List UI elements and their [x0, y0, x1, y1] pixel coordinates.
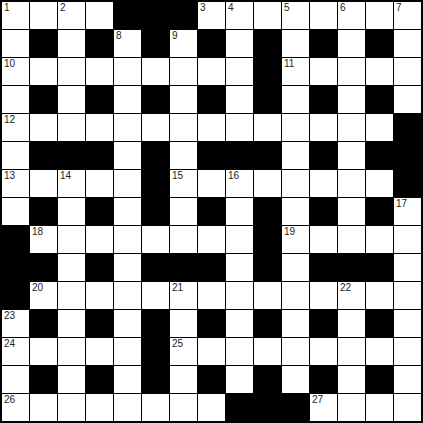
white-cell[interactable]	[2, 86, 29, 113]
black-cell	[30, 366, 57, 393]
clue-number: 1	[4, 3, 10, 13]
black-cell	[86, 310, 113, 337]
clue-number: 27	[312, 395, 323, 405]
white-cell[interactable]	[114, 170, 141, 197]
white-cell[interactable]	[282, 310, 309, 337]
black-cell	[366, 254, 393, 281]
white-cell[interactable]	[338, 58, 365, 85]
white-cell[interactable]	[282, 142, 309, 169]
black-cell	[86, 254, 113, 281]
black-cell	[254, 58, 281, 85]
white-cell[interactable]: 27	[310, 394, 337, 421]
black-cell	[142, 170, 169, 197]
white-cell[interactable]	[58, 366, 85, 393]
white-cell[interactable]	[58, 30, 85, 57]
white-cell[interactable]	[338, 114, 365, 141]
black-cell	[142, 30, 169, 57]
white-cell[interactable]	[30, 114, 57, 141]
clue-number: 6	[340, 3, 346, 13]
black-cell	[310, 198, 337, 225]
white-cell[interactable]	[226, 338, 253, 365]
white-cell[interactable]	[198, 58, 225, 85]
clue-number: 14	[60, 171, 71, 181]
white-cell[interactable]	[114, 254, 141, 281]
white-cell[interactable]	[338, 338, 365, 365]
black-cell	[30, 310, 57, 337]
white-cell[interactable]	[366, 2, 393, 29]
white-cell[interactable]	[198, 114, 225, 141]
black-cell	[30, 198, 57, 225]
clue-number: 13	[4, 171, 15, 181]
black-cell	[366, 310, 393, 337]
black-cell	[142, 86, 169, 113]
white-cell[interactable]	[2, 30, 29, 57]
white-cell[interactable]	[254, 338, 281, 365]
black-cell	[338, 254, 365, 281]
white-cell[interactable]	[30, 170, 57, 197]
white-cell[interactable]	[86, 394, 113, 421]
white-cell[interactable]	[282, 338, 309, 365]
white-cell[interactable]	[86, 338, 113, 365]
white-cell[interactable]: 4	[226, 2, 253, 29]
black-cell	[282, 394, 309, 421]
black-cell	[394, 114, 421, 141]
black-cell	[142, 338, 169, 365]
clue-number: 3	[200, 3, 206, 13]
black-cell	[310, 30, 337, 57]
clue-number: 26	[4, 395, 15, 405]
black-cell	[142, 310, 169, 337]
white-cell[interactable]: 11	[282, 58, 309, 85]
white-cell[interactable]	[86, 114, 113, 141]
white-cell[interactable]	[310, 170, 337, 197]
white-cell[interactable]	[114, 366, 141, 393]
white-cell[interactable]	[142, 58, 169, 85]
white-cell[interactable]	[226, 86, 253, 113]
white-cell[interactable]	[58, 198, 85, 225]
white-cell[interactable]	[86, 2, 113, 29]
black-cell	[86, 198, 113, 225]
white-cell[interactable]	[30, 2, 57, 29]
clue-number: 21	[172, 283, 183, 293]
white-cell[interactable]	[226, 254, 253, 281]
black-cell	[142, 254, 169, 281]
black-cell	[30, 30, 57, 57]
black-cell	[254, 310, 281, 337]
white-cell[interactable]	[170, 86, 197, 113]
white-cell[interactable]	[310, 226, 337, 253]
white-cell[interactable]	[366, 338, 393, 365]
white-cell[interactable]	[226, 310, 253, 337]
clue-number: 23	[4, 311, 15, 321]
white-cell[interactable]	[254, 114, 281, 141]
black-cell	[310, 366, 337, 393]
white-cell[interactable]: 17	[394, 198, 421, 225]
white-cell[interactable]: 15	[170, 170, 197, 197]
clue-number: 17	[396, 199, 407, 209]
white-cell[interactable]: 13	[2, 170, 29, 197]
black-cell	[254, 254, 281, 281]
white-cell[interactable]: 19	[282, 226, 309, 253]
black-cell	[254, 142, 281, 169]
white-cell[interactable]	[282, 30, 309, 57]
black-cell	[394, 170, 421, 197]
white-cell[interactable]	[226, 366, 253, 393]
clue-number: 19	[284, 227, 295, 237]
white-cell[interactable]	[86, 58, 113, 85]
black-cell	[254, 86, 281, 113]
white-cell[interactable]	[58, 310, 85, 337]
black-cell	[86, 86, 113, 113]
white-cell[interactable]	[338, 86, 365, 113]
white-cell[interactable]	[394, 338, 421, 365]
white-cell[interactable]	[114, 338, 141, 365]
black-cell	[30, 86, 57, 113]
white-cell[interactable]	[114, 310, 141, 337]
white-cell[interactable]	[394, 86, 421, 113]
white-cell[interactable]	[366, 394, 393, 421]
white-cell[interactable]	[86, 170, 113, 197]
clue-number: 22	[340, 283, 351, 293]
black-cell	[254, 366, 281, 393]
white-cell[interactable]	[114, 142, 141, 169]
white-cell[interactable]	[282, 86, 309, 113]
white-cell[interactable]	[366, 282, 393, 309]
white-cell[interactable]	[394, 394, 421, 421]
clue-number: 8	[116, 31, 122, 41]
clue-number: 9	[172, 31, 178, 41]
black-cell	[142, 198, 169, 225]
white-cell[interactable]: 22	[338, 282, 365, 309]
white-cell[interactable]	[2, 198, 29, 225]
white-cell[interactable]	[114, 58, 141, 85]
black-cell	[198, 254, 225, 281]
clue-number: 4	[228, 3, 234, 13]
clue-number: 20	[32, 283, 43, 293]
white-cell[interactable]	[2, 142, 29, 169]
black-cell	[310, 86, 337, 113]
black-cell	[366, 30, 393, 57]
white-cell[interactable]	[394, 58, 421, 85]
white-cell[interactable]	[310, 282, 337, 309]
white-cell[interactable]	[310, 338, 337, 365]
white-cell[interactable]	[338, 170, 365, 197]
white-cell[interactable]	[282, 114, 309, 141]
white-cell[interactable]: 23	[2, 310, 29, 337]
white-cell[interactable]	[198, 338, 225, 365]
black-cell	[366, 198, 393, 225]
white-cell[interactable]	[114, 394, 141, 421]
white-cell[interactable]	[170, 226, 197, 253]
black-cell	[310, 142, 337, 169]
white-cell[interactable]	[142, 282, 169, 309]
white-cell[interactable]	[170, 366, 197, 393]
black-cell	[58, 142, 85, 169]
clue-number: 18	[32, 227, 43, 237]
white-cell[interactable]	[338, 198, 365, 225]
white-cell[interactable]	[226, 198, 253, 225]
white-cell[interactable]	[58, 338, 85, 365]
black-cell	[226, 142, 253, 169]
black-cell	[86, 366, 113, 393]
white-cell[interactable]: 25	[170, 338, 197, 365]
black-cell	[142, 2, 169, 29]
black-cell	[170, 2, 197, 29]
black-cell	[226, 394, 253, 421]
white-cell[interactable]	[254, 2, 281, 29]
white-cell[interactable]	[170, 310, 197, 337]
white-cell[interactable]: 16	[226, 170, 253, 197]
black-cell	[254, 198, 281, 225]
white-cell[interactable]	[394, 366, 421, 393]
black-cell	[366, 142, 393, 169]
black-cell	[142, 366, 169, 393]
black-cell	[198, 142, 225, 169]
white-cell[interactable]	[30, 394, 57, 421]
white-cell[interactable]	[58, 114, 85, 141]
black-cell	[310, 310, 337, 337]
white-cell[interactable]	[226, 282, 253, 309]
black-cell	[198, 310, 225, 337]
white-cell[interactable]: 21	[170, 282, 197, 309]
white-cell[interactable]: 8	[114, 30, 141, 57]
white-cell[interactable]	[282, 366, 309, 393]
black-cell	[2, 254, 29, 281]
white-cell[interactable]	[30, 58, 57, 85]
black-cell	[30, 142, 57, 169]
white-cell[interactable]	[366, 114, 393, 141]
white-cell[interactable]	[310, 58, 337, 85]
white-cell[interactable]	[198, 226, 225, 253]
clue-number: 2	[60, 3, 66, 13]
white-cell[interactable]	[86, 226, 113, 253]
white-cell[interactable]	[58, 58, 85, 85]
white-cell[interactable]	[170, 198, 197, 225]
white-cell[interactable]	[58, 394, 85, 421]
black-cell	[198, 366, 225, 393]
white-cell[interactable]: 2	[58, 2, 85, 29]
white-cell[interactable]	[310, 114, 337, 141]
white-cell[interactable]: 14	[58, 170, 85, 197]
white-cell[interactable]	[366, 226, 393, 253]
white-cell[interactable]	[394, 310, 421, 337]
clue-number: 25	[172, 339, 183, 349]
white-cell[interactable]	[226, 30, 253, 57]
black-cell	[114, 2, 141, 29]
white-cell[interactable]	[198, 394, 225, 421]
black-cell	[254, 394, 281, 421]
white-cell[interactable]	[114, 198, 141, 225]
white-cell[interactable]: 24	[2, 338, 29, 365]
white-cell[interactable]	[338, 226, 365, 253]
white-cell[interactable]	[114, 226, 141, 253]
white-cell[interactable]: 1	[2, 2, 29, 29]
white-cell[interactable]	[58, 86, 85, 113]
white-cell[interactable]	[338, 394, 365, 421]
clue-number: 11	[284, 59, 294, 69]
clue-number: 12	[4, 115, 15, 125]
black-cell	[30, 254, 57, 281]
white-cell[interactable]	[338, 30, 365, 57]
crossword-page: 1234567891011121314151617181920212223242…	[0, 0, 423, 423]
white-cell[interactable]	[86, 282, 113, 309]
white-cell[interactable]	[282, 170, 309, 197]
white-cell[interactable]	[338, 142, 365, 169]
white-cell[interactable]	[282, 198, 309, 225]
clue-number: 5	[284, 3, 290, 13]
black-cell	[394, 142, 421, 169]
white-cell[interactable]	[114, 114, 141, 141]
white-cell[interactable]: 7	[394, 2, 421, 29]
white-cell[interactable]	[114, 282, 141, 309]
black-cell	[2, 282, 29, 309]
white-cell[interactable]	[170, 58, 197, 85]
white-cell[interactable]	[2, 366, 29, 393]
white-cell[interactable]: 18	[30, 226, 57, 253]
clue-number: 10	[4, 59, 15, 69]
white-cell[interactable]	[58, 282, 85, 309]
white-cell[interactable]	[198, 282, 225, 309]
white-cell[interactable]: 20	[30, 282, 57, 309]
black-cell	[254, 30, 281, 57]
white-cell[interactable]	[198, 170, 225, 197]
white-cell[interactable]	[170, 114, 197, 141]
white-cell[interactable]: 9	[170, 30, 197, 57]
clue-number: 15	[172, 171, 183, 181]
white-cell[interactable]	[366, 170, 393, 197]
white-cell[interactable]	[226, 226, 253, 253]
white-cell[interactable]	[394, 282, 421, 309]
clue-number: 7	[396, 3, 402, 13]
white-cell[interactable]	[58, 254, 85, 281]
white-cell[interactable]: 3	[198, 2, 225, 29]
white-cell[interactable]	[142, 394, 169, 421]
white-cell[interactable]	[114, 86, 141, 113]
white-cell[interactable]	[338, 366, 365, 393]
white-cell[interactable]	[366, 58, 393, 85]
white-cell[interactable]	[310, 2, 337, 29]
black-cell	[86, 142, 113, 169]
black-cell	[366, 366, 393, 393]
white-cell[interactable]	[142, 114, 169, 141]
black-cell	[198, 198, 225, 225]
white-cell[interactable]	[226, 114, 253, 141]
white-cell[interactable]	[170, 394, 197, 421]
white-cell[interactable]	[170, 142, 197, 169]
white-cell[interactable]	[338, 310, 365, 337]
white-cell[interactable]	[142, 226, 169, 253]
black-cell	[254, 226, 281, 253]
clue-number: 16	[228, 171, 239, 181]
white-cell[interactable]	[254, 282, 281, 309]
white-cell[interactable]	[226, 58, 253, 85]
white-cell[interactable]: 6	[338, 2, 365, 29]
black-cell	[310, 254, 337, 281]
white-cell[interactable]	[30, 338, 57, 365]
crossword-grid: 1234567891011121314151617181920212223242…	[0, 0, 423, 423]
white-cell[interactable]	[254, 170, 281, 197]
white-cell[interactable]	[394, 254, 421, 281]
white-cell[interactable]: 5	[282, 2, 309, 29]
black-cell	[198, 86, 225, 113]
black-cell	[170, 254, 197, 281]
white-cell[interactable]: 10	[2, 58, 29, 85]
black-cell	[366, 86, 393, 113]
white-cell[interactable]	[282, 282, 309, 309]
white-cell[interactable]: 26	[2, 394, 29, 421]
black-cell	[198, 30, 225, 57]
white-cell[interactable]	[394, 30, 421, 57]
white-cell[interactable]	[282, 254, 309, 281]
white-cell[interactable]	[58, 226, 85, 253]
black-cell	[86, 30, 113, 57]
white-cell[interactable]: 12	[2, 114, 29, 141]
clue-number: 24	[4, 339, 15, 349]
white-cell[interactable]	[394, 226, 421, 253]
black-cell	[142, 142, 169, 169]
black-cell	[2, 226, 29, 253]
